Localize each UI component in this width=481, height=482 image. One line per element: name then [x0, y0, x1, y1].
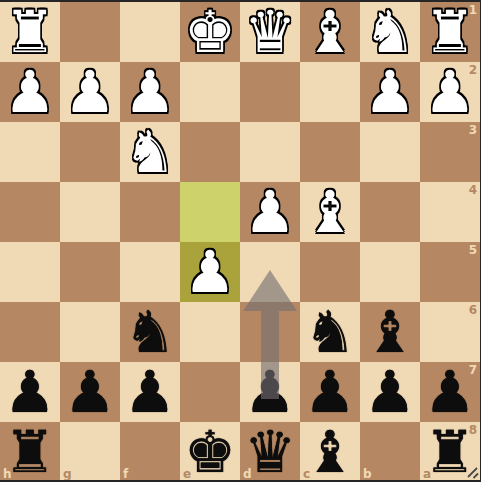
square-c2[interactable]: [300, 62, 360, 122]
white-pawn-g2[interactable]: ♟: [60, 62, 120, 122]
square-c4[interactable]: ♝: [300, 182, 360, 242]
black-rook-h8[interactable]: ♜: [0, 422, 60, 482]
square-a1[interactable]: 1♜: [420, 2, 480, 62]
chess-board: ♜♚♛♝♞1♜♟♟♟♟2♟♞3♟♝4♟5♞♞♝6♟♟♟♟♟♟7♟h♜gfe♚d♛…: [0, 2, 480, 482]
square-c7[interactable]: ♟: [300, 362, 360, 422]
square-g2[interactable]: ♟: [60, 62, 120, 122]
white-rook-a1[interactable]: ♜: [420, 2, 480, 62]
square-a6[interactable]: 6: [420, 302, 480, 362]
square-d4[interactable]: ♟: [240, 182, 300, 242]
square-d1[interactable]: ♛: [240, 2, 300, 62]
square-c3[interactable]: [300, 122, 360, 182]
square-a5[interactable]: 5: [420, 242, 480, 302]
square-b5[interactable]: [360, 242, 420, 302]
square-e3[interactable]: [180, 122, 240, 182]
square-g7[interactable]: ♟: [60, 362, 120, 422]
square-f6[interactable]: ♞: [120, 302, 180, 362]
square-b7[interactable]: ♟: [360, 362, 420, 422]
white-pawn-a2[interactable]: ♟: [420, 62, 480, 122]
square-a2[interactable]: 2♟: [420, 62, 480, 122]
white-knight-b1[interactable]: ♞: [360, 2, 420, 62]
square-b2[interactable]: ♟: [360, 62, 420, 122]
rank-label-4: 4: [469, 183, 477, 197]
square-e7[interactable]: [180, 362, 240, 422]
square-e8[interactable]: e♚: [180, 422, 240, 482]
square-a3[interactable]: 3: [420, 122, 480, 182]
white-pawn-f2[interactable]: ♟: [120, 62, 180, 122]
black-bishop-c8[interactable]: ♝: [300, 422, 360, 482]
resize-handle-icon[interactable]: [465, 465, 479, 479]
square-h3[interactable]: [0, 122, 60, 182]
rank-label-3: 3: [469, 123, 477, 137]
square-g6[interactable]: [60, 302, 120, 362]
square-c1[interactable]: ♝: [300, 2, 360, 62]
white-queen-d1[interactable]: ♛: [240, 2, 300, 62]
square-b3[interactable]: [360, 122, 420, 182]
square-b4[interactable]: [360, 182, 420, 242]
black-queen-d8[interactable]: ♛: [240, 422, 300, 482]
black-king-e8[interactable]: ♚: [180, 422, 240, 482]
white-pawn-b2[interactable]: ♟: [360, 62, 420, 122]
square-e1[interactable]: ♚: [180, 2, 240, 62]
square-d3[interactable]: [240, 122, 300, 182]
white-bishop-c1[interactable]: ♝: [300, 2, 360, 62]
square-b8[interactable]: b: [360, 422, 420, 482]
square-h1[interactable]: ♜: [0, 2, 60, 62]
square-b6[interactable]: ♝: [360, 302, 420, 362]
white-pawn-d4[interactable]: ♟: [240, 182, 300, 242]
white-king-e1[interactable]: ♚: [180, 2, 240, 62]
black-pawn-c7[interactable]: ♟: [300, 362, 360, 422]
file-label-g: g: [63, 467, 72, 481]
square-f2[interactable]: ♟: [120, 62, 180, 122]
square-h6[interactable]: [0, 302, 60, 362]
white-pawn-h2[interactable]: ♟: [0, 62, 60, 122]
square-c5[interactable]: [300, 242, 360, 302]
square-b1[interactable]: ♞: [360, 2, 420, 62]
square-h7[interactable]: ♟: [0, 362, 60, 422]
square-e2[interactable]: [180, 62, 240, 122]
black-pawn-g7[interactable]: ♟: [60, 362, 120, 422]
square-g8[interactable]: g: [60, 422, 120, 482]
black-bishop-b6[interactable]: ♝: [360, 302, 420, 362]
square-h4[interactable]: [0, 182, 60, 242]
square-d7[interactable]: ♟: [240, 362, 300, 422]
square-c6[interactable]: ♞: [300, 302, 360, 362]
square-h5[interactable]: [0, 242, 60, 302]
rank-label-5: 5: [469, 243, 477, 257]
square-e5[interactable]: ♟: [180, 242, 240, 302]
black-knight-c6[interactable]: ♞: [300, 302, 360, 362]
square-h2[interactable]: ♟: [0, 62, 60, 122]
black-pawn-a7[interactable]: ♟: [420, 362, 480, 422]
white-pawn-e5[interactable]: ♟: [180, 242, 240, 302]
square-g3[interactable]: [60, 122, 120, 182]
square-f7[interactable]: ♟: [120, 362, 180, 422]
chess-board-window: ♜♚♛♝♞1♜♟♟♟♟2♟♞3♟♝4♟5♞♞♝6♟♟♟♟♟♟7♟h♜gfe♚d♛…: [0, 0, 481, 482]
file-label-f: f: [123, 467, 128, 481]
square-e6[interactable]: [180, 302, 240, 362]
file-label-b: b: [363, 467, 372, 481]
square-e4[interactable]: [180, 182, 240, 242]
black-pawn-h7[interactable]: ♟: [0, 362, 60, 422]
square-h8[interactable]: h♜: [0, 422, 60, 482]
square-a7[interactable]: 7♟: [420, 362, 480, 422]
black-pawn-f7[interactable]: ♟: [120, 362, 180, 422]
square-d8[interactable]: d♛: [240, 422, 300, 482]
square-f3[interactable]: ♞: [120, 122, 180, 182]
square-g4[interactable]: [60, 182, 120, 242]
square-a4[interactable]: 4: [420, 182, 480, 242]
black-pawn-b7[interactable]: ♟: [360, 362, 420, 422]
square-f5[interactable]: [120, 242, 180, 302]
square-d2[interactable]: [240, 62, 300, 122]
square-g1[interactable]: [60, 2, 120, 62]
black-pawn-d7[interactable]: ♟: [240, 362, 300, 422]
square-f1[interactable]: [120, 2, 180, 62]
square-d6[interactable]: [240, 302, 300, 362]
white-rook-h1[interactable]: ♜: [0, 2, 60, 62]
square-c8[interactable]: c♝: [300, 422, 360, 482]
black-knight-f6[interactable]: ♞: [120, 302, 180, 362]
square-f4[interactable]: [120, 182, 180, 242]
square-f8[interactable]: f: [120, 422, 180, 482]
square-d5[interactable]: [240, 242, 300, 302]
top-edge-bar: [0, 0, 481, 2]
white-bishop-c4[interactable]: ♝: [300, 182, 360, 242]
white-knight-f3[interactable]: ♞: [120, 122, 180, 182]
rank-label-6: 6: [469, 303, 477, 317]
square-g5[interactable]: [60, 242, 120, 302]
